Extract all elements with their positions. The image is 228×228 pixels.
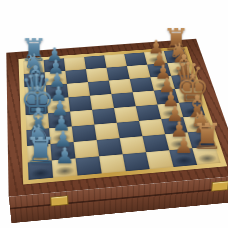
pieces-layer: ♜♟♟♜♞♟♟♞♝♟♟♝♛♟♟♛♚♟♟♚♝♟♟♝♞♟♟♞♜♟♟♜ [6, 39, 228, 197]
piece-white-pawn-h2: ♟ [164, 135, 203, 161]
brass-inlay-right [211, 181, 228, 192]
scene: ♜♟♟♜♞♟♟♞♝♟♟♝♛♟♟♛♚♟♟♚♝♟♟♝♞♟♟♞♜♟♟♜ [0, 0, 228, 228]
case-top-rim: ♜♟♟♜♞♟♟♞♝♟♟♝♛♟♟♛♚♟♟♚♝♟♟♝♞♟♟♞♜♟♟♜ [6, 39, 228, 197]
chess-set-photo: ♜♟♟♜♞♟♟♞♝♟♟♝♛♟♟♛♚♟♟♚♝♟♟♝♞♟♟♞♜♟♟♜ [0, 0, 228, 228]
chess-case: ♜♟♟♜♞♟♟♞♝♟♟♝♛♟♟♛♚♟♟♚♝♟♟♝♞♟♟♞♜♟♟♜ [6, 39, 228, 197]
brass-inlay-left [50, 195, 68, 206]
piece-black-rook-h8: ♜ [21, 132, 61, 173]
